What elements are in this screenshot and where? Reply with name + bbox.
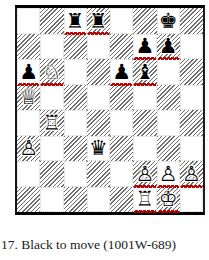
- square-d3[interactable]: ♛: [87, 136, 110, 162]
- red-squiggle-underline: [134, 210, 155, 213]
- red-squiggle-underline: [88, 32, 109, 35]
- square-g1[interactable]: ♔: [157, 187, 180, 213]
- white-pawn: ♙: [159, 162, 178, 186]
- square-e7[interactable]: [110, 34, 133, 60]
- square-f5[interactable]: [133, 85, 156, 111]
- square-g2[interactable]: ♙: [157, 161, 180, 187]
- square-b8[interactable]: [40, 8, 63, 34]
- square-e4[interactable]: [110, 110, 133, 136]
- square-f6[interactable]: ♝: [133, 59, 156, 85]
- square-g6[interactable]: [157, 59, 180, 85]
- square-d6[interactable]: [87, 59, 110, 85]
- square-b6[interactable]: ♘: [40, 59, 63, 85]
- square-e3[interactable]: [110, 136, 133, 162]
- square-d8[interactable]: ♜: [87, 8, 110, 34]
- square-a3[interactable]: ♙: [17, 136, 40, 162]
- black-bishop: ♝: [135, 60, 154, 84]
- diagram-caption: 17. Black to move (1001W-689): [1, 237, 176, 253]
- black-queen: ♛: [89, 136, 108, 160]
- black-pawn: ♟: [159, 34, 178, 58]
- square-d5[interactable]: [87, 85, 110, 111]
- black-rook: ♜: [89, 9, 108, 33]
- square-e8[interactable]: [110, 8, 133, 34]
- square-h5[interactable]: [180, 85, 203, 111]
- black-pawn: ♟: [112, 60, 131, 84]
- square-c1[interactable]: [64, 187, 87, 213]
- square-c3[interactable]: [64, 136, 87, 162]
- square-a2[interactable]: [17, 161, 40, 187]
- square-h1[interactable]: [180, 187, 203, 213]
- square-b7[interactable]: [40, 34, 63, 60]
- red-squiggle-underline: [41, 83, 62, 86]
- square-f7[interactable]: ♟: [133, 34, 156, 60]
- white-knight: ♘: [42, 60, 61, 84]
- square-a8[interactable]: [17, 8, 40, 34]
- square-b4[interactable]: ♖: [40, 110, 63, 136]
- square-c5[interactable]: [64, 85, 87, 111]
- black-pawn: ♟: [19, 60, 38, 84]
- red-squiggle-underline: [18, 83, 39, 86]
- square-g3[interactable]: [157, 136, 180, 162]
- square-h7[interactable]: [180, 34, 203, 60]
- square-a1[interactable]: [17, 187, 40, 213]
- square-e6[interactable]: ♟: [110, 59, 133, 85]
- chess-board: ♜♜♚♟♟♟♘♟♝♕♖♙♛♙♙♙♖♔: [17, 8, 203, 212]
- square-e2[interactable]: [110, 161, 133, 187]
- red-squiggle-underline: [158, 210, 179, 213]
- square-g4[interactable]: [157, 110, 180, 136]
- square-c2[interactable]: [64, 161, 87, 187]
- white-queen: ♕: [19, 85, 38, 109]
- square-f2[interactable]: ♙: [133, 161, 156, 187]
- square-h6[interactable]: [180, 59, 203, 85]
- white-rook: ♖: [42, 111, 61, 135]
- square-c6[interactable]: [64, 59, 87, 85]
- square-b5[interactable]: [40, 85, 63, 111]
- red-squiggle-underline: [134, 57, 155, 60]
- red-squiggle-underline: [111, 83, 132, 86]
- square-g5[interactable]: [157, 85, 180, 111]
- square-b3[interactable]: [40, 136, 63, 162]
- chess-board-frame: ♜♜♚♟♟♟♘♟♝♕♖♙♛♙♙♙♖♔: [15, 5, 205, 215]
- square-h2[interactable]: ♙: [180, 161, 203, 187]
- square-c8[interactable]: ♜: [64, 8, 87, 34]
- square-h3[interactable]: [180, 136, 203, 162]
- red-squiggle-underline: [65, 32, 86, 35]
- square-a5[interactable]: ♕: [17, 85, 40, 111]
- black-king: ♚: [159, 9, 178, 33]
- square-d2[interactable]: [87, 161, 110, 187]
- square-f1[interactable]: ♖: [133, 187, 156, 213]
- red-squiggle-underline: [134, 185, 155, 188]
- square-g7[interactable]: ♟: [157, 34, 180, 60]
- square-e5[interactable]: [110, 85, 133, 111]
- square-a6[interactable]: ♟: [17, 59, 40, 85]
- square-c7[interactable]: [64, 34, 87, 60]
- white-pawn: ♙: [182, 162, 201, 186]
- red-squiggle-underline: [158, 185, 179, 188]
- square-d1[interactable]: [87, 187, 110, 213]
- red-squiggle-underline: [158, 57, 179, 60]
- black-pawn: ♟: [135, 34, 154, 58]
- square-a4[interactable]: [17, 110, 40, 136]
- white-king: ♔: [159, 187, 178, 211]
- square-b1[interactable]: [40, 187, 63, 213]
- square-h8[interactable]: [180, 8, 203, 34]
- square-c4[interactable]: [64, 110, 87, 136]
- square-f3[interactable]: [133, 136, 156, 162]
- white-rook: ♖: [135, 187, 154, 211]
- square-h4[interactable]: [180, 110, 203, 136]
- square-a7[interactable]: [17, 34, 40, 60]
- square-f4[interactable]: [133, 110, 156, 136]
- square-d4[interactable]: [87, 110, 110, 136]
- square-d7[interactable]: [87, 34, 110, 60]
- white-pawn: ♙: [135, 162, 154, 186]
- square-b2[interactable]: [40, 161, 63, 187]
- red-squiggle-underline: [134, 83, 155, 86]
- square-f8[interactable]: [133, 8, 156, 34]
- square-e1[interactable]: [110, 187, 133, 213]
- white-pawn: ♙: [19, 136, 38, 160]
- red-squiggle-underline: [181, 185, 202, 188]
- square-g8[interactable]: ♚: [157, 8, 180, 34]
- black-rook: ♜: [66, 9, 85, 33]
